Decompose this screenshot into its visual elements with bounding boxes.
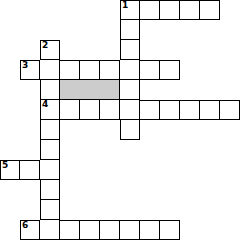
- cell-r4-c6[interactable]: [120, 80, 140, 100]
- blocked-cell-r4-c5: [100, 80, 120, 100]
- cell-r8-c1[interactable]: [20, 160, 40, 180]
- cell-r5-c2[interactable]: 4: [40, 100, 60, 120]
- cell-r11-c6[interactable]: [120, 220, 140, 240]
- cell-r3-c1[interactable]: 3: [20, 60, 40, 80]
- cell-r5-c11[interactable]: [220, 100, 240, 120]
- cell-r0-c10[interactable]: [200, 0, 220, 20]
- cell-r2-c6[interactable]: [120, 40, 140, 60]
- cell-r8-c2[interactable]: [40, 160, 60, 180]
- cell-r5-c9[interactable]: [180, 100, 200, 120]
- cell-r1-c6[interactable]: [120, 20, 140, 40]
- cell-r5-c5[interactable]: [100, 100, 120, 120]
- cell-r3-c8[interactable]: [160, 60, 180, 80]
- cell-r3-c7[interactable]: [140, 60, 160, 80]
- cell-r11-c7[interactable]: [140, 220, 160, 240]
- cell-r5-c8[interactable]: [160, 100, 180, 120]
- cell-r0-c6[interactable]: 1: [120, 0, 140, 20]
- cell-r6-c6[interactable]: [120, 120, 140, 140]
- cell-r5-c10[interactable]: [200, 100, 220, 120]
- cell-r0-c7[interactable]: [140, 0, 160, 20]
- cell-r11-c1[interactable]: 6: [20, 220, 40, 240]
- cell-r11-c3[interactable]: [60, 220, 80, 240]
- cell-r0-c9[interactable]: [180, 0, 200, 20]
- clue-number-3: 3: [22, 61, 28, 70]
- cell-r5-c7[interactable]: [140, 100, 160, 120]
- cell-r5-c6[interactable]: [120, 100, 140, 120]
- crossword-grid: 123456: [0, 0, 240, 240]
- cell-r11-c2[interactable]: [40, 220, 60, 240]
- crossword-canvas: 123456: [0, 0, 241, 241]
- cell-r11-c4[interactable]: [80, 220, 100, 240]
- cell-r9-c2[interactable]: [40, 180, 60, 200]
- cell-r2-c2[interactable]: 2: [40, 40, 60, 60]
- clue-number-5: 5: [2, 161, 8, 170]
- clue-number-6: 6: [22, 221, 28, 230]
- clue-number-1: 1: [122, 1, 128, 10]
- cell-r7-c2[interactable]: [40, 140, 60, 160]
- cell-r5-c3[interactable]: [60, 100, 80, 120]
- clue-number-4: 4: [42, 100, 48, 109]
- cell-r10-c2[interactable]: [40, 200, 60, 220]
- blocked-cell-r4-c3: [60, 80, 80, 100]
- cell-r11-c5[interactable]: [100, 220, 120, 240]
- cell-r3-c2[interactable]: [40, 60, 60, 80]
- cell-r4-c2[interactable]: [40, 80, 60, 100]
- blocked-cell-r4-c4: [80, 80, 100, 100]
- clue-number-2: 2: [42, 41, 48, 50]
- cell-r8-c0[interactable]: 5: [0, 160, 20, 180]
- cell-r3-c4[interactable]: [80, 60, 100, 80]
- cell-r3-c5[interactable]: [100, 60, 120, 80]
- cell-r3-c3[interactable]: [60, 60, 80, 80]
- cell-r5-c4[interactable]: [80, 100, 100, 120]
- cell-r11-c8[interactable]: [160, 220, 180, 240]
- cell-r0-c8[interactable]: [160, 0, 180, 20]
- cell-r3-c6[interactable]: [120, 60, 140, 80]
- cell-r6-c2[interactable]: [40, 120, 60, 140]
